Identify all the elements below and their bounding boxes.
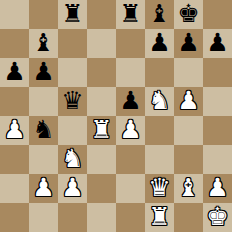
square-b5[interactable] — [29, 87, 58, 116]
square-g4[interactable] — [174, 116, 203, 145]
square-e1[interactable] — [116, 203, 145, 232]
piece-white-pawn[interactable]: ♟ — [177, 88, 199, 113]
square-d2[interactable] — [87, 174, 116, 203]
square-e5[interactable]: ♟ — [116, 87, 145, 116]
square-a6[interactable]: ♟ — [0, 58, 29, 87]
square-g1[interactable] — [174, 203, 203, 232]
piece-white-pawn[interactable]: ♟ — [206, 175, 228, 200]
square-h5[interactable] — [203, 87, 232, 116]
square-f8[interactable]: ♝ — [145, 0, 174, 29]
square-h2[interactable]: ♟ — [203, 174, 232, 203]
square-d3[interactable] — [87, 145, 116, 174]
piece-white-pawn[interactable]: ♟ — [119, 117, 141, 142]
square-g5[interactable]: ♟ — [174, 87, 203, 116]
square-b1[interactable] — [29, 203, 58, 232]
square-f1[interactable]: ♜ — [145, 203, 174, 232]
piece-white-pawn[interactable]: ♟ — [3, 117, 25, 142]
square-b6[interactable]: ♟ — [29, 58, 58, 87]
square-c4[interactable] — [58, 116, 87, 145]
square-h6[interactable] — [203, 58, 232, 87]
piece-black-rook[interactable]: ♜ — [119, 1, 141, 26]
piece-white-pawn[interactable]: ♟ — [61, 175, 83, 200]
square-d1[interactable] — [87, 203, 116, 232]
square-d5[interactable] — [87, 87, 116, 116]
chess-board: ♜♜♝♚♝♟♟♟♟♟♛♟♞♟♟♞♜♟♞♟♟♛♝♟♜♚ — [0, 0, 232, 232]
piece-black-pawn[interactable]: ♟ — [177, 30, 199, 55]
piece-white-bishop[interactable]: ♝ — [177, 175, 199, 200]
square-e6[interactable] — [116, 58, 145, 87]
piece-black-pawn[interactable]: ♟ — [32, 59, 54, 84]
square-a7[interactable] — [0, 29, 29, 58]
square-f4[interactable] — [145, 116, 174, 145]
piece-black-king[interactable]: ♚ — [177, 1, 199, 26]
piece-black-pawn[interactable]: ♟ — [3, 59, 25, 84]
square-f6[interactable] — [145, 58, 174, 87]
piece-black-bishop[interactable]: ♝ — [148, 1, 170, 26]
square-a2[interactable] — [0, 174, 29, 203]
square-a1[interactable] — [0, 203, 29, 232]
square-e3[interactable] — [116, 145, 145, 174]
square-c3[interactable]: ♞ — [58, 145, 87, 174]
square-f7[interactable]: ♟ — [145, 29, 174, 58]
piece-black-pawn[interactable]: ♟ — [206, 30, 228, 55]
square-f2[interactable]: ♛ — [145, 174, 174, 203]
square-b8[interactable] — [29, 0, 58, 29]
square-b2[interactable]: ♟ — [29, 174, 58, 203]
square-g3[interactable] — [174, 145, 203, 174]
square-e7[interactable] — [116, 29, 145, 58]
piece-black-rook[interactable]: ♜ — [61, 1, 83, 26]
square-f5[interactable]: ♞ — [145, 87, 174, 116]
square-g8[interactable]: ♚ — [174, 0, 203, 29]
square-g6[interactable] — [174, 58, 203, 87]
square-h3[interactable] — [203, 145, 232, 174]
square-a8[interactable] — [0, 0, 29, 29]
square-a3[interactable] — [0, 145, 29, 174]
square-d6[interactable] — [87, 58, 116, 87]
piece-white-rook[interactable]: ♜ — [148, 204, 170, 229]
square-h4[interactable] — [203, 116, 232, 145]
square-c2[interactable]: ♟ — [58, 174, 87, 203]
square-b3[interactable] — [29, 145, 58, 174]
square-c7[interactable] — [58, 29, 87, 58]
piece-black-queen[interactable]: ♛ — [61, 88, 83, 113]
square-a4[interactable]: ♟ — [0, 116, 29, 145]
square-c6[interactable] — [58, 58, 87, 87]
square-h1[interactable]: ♚ — [203, 203, 232, 232]
square-g7[interactable]: ♟ — [174, 29, 203, 58]
square-g2[interactable]: ♝ — [174, 174, 203, 203]
square-e2[interactable] — [116, 174, 145, 203]
piece-white-pawn[interactable]: ♟ — [32, 175, 54, 200]
square-e8[interactable]: ♜ — [116, 0, 145, 29]
piece-white-knight[interactable]: ♞ — [148, 88, 170, 113]
square-d4[interactable]: ♜ — [87, 116, 116, 145]
square-d8[interactable] — [87, 0, 116, 29]
square-c8[interactable]: ♜ — [58, 0, 87, 29]
square-e4[interactable]: ♟ — [116, 116, 145, 145]
piece-black-pawn[interactable]: ♟ — [119, 88, 141, 113]
square-d7[interactable] — [87, 29, 116, 58]
square-c1[interactable] — [58, 203, 87, 232]
piece-white-rook[interactable]: ♜ — [90, 117, 112, 142]
square-a5[interactable] — [0, 87, 29, 116]
piece-black-pawn[interactable]: ♟ — [148, 30, 170, 55]
square-h7[interactable]: ♟ — [203, 29, 232, 58]
square-h8[interactable] — [203, 0, 232, 29]
piece-white-queen[interactable]: ♛ — [148, 175, 170, 200]
piece-black-knight[interactable]: ♞ — [32, 117, 54, 142]
square-c5[interactable]: ♛ — [58, 87, 87, 116]
piece-white-knight[interactable]: ♞ — [61, 146, 83, 171]
square-f3[interactable] — [145, 145, 174, 174]
square-b7[interactable]: ♝ — [29, 29, 58, 58]
piece-white-king[interactable]: ♚ — [206, 204, 228, 229]
piece-black-bishop[interactable]: ♝ — [32, 30, 54, 55]
square-b4[interactable]: ♞ — [29, 116, 58, 145]
